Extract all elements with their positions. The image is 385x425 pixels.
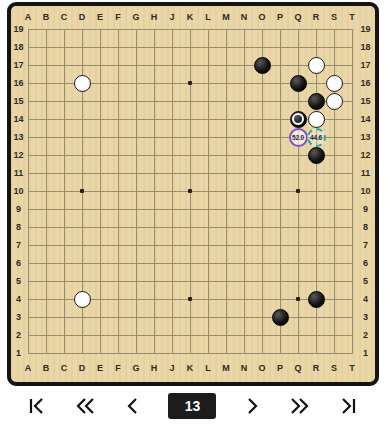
white-stone <box>308 111 325 128</box>
chevron-left-icon <box>121 394 145 418</box>
fast-back-button[interactable] <box>72 393 98 419</box>
analysis-annotation: 44.6 <box>307 128 326 147</box>
star-point <box>188 189 192 193</box>
black-stone <box>272 309 289 326</box>
black-stone <box>290 75 307 92</box>
star-point <box>296 297 300 301</box>
go-board: ABCDEFGHJKLMNOPQRST ABCDEFGHJKLMNOPQRST … <box>7 2 379 386</box>
analysis-annotation: 52.0 <box>289 128 308 147</box>
white-stone <box>74 291 91 308</box>
star-point <box>188 81 192 85</box>
last-move-marker-icon <box>292 113 304 125</box>
white-stone <box>74 75 91 92</box>
white-stone <box>326 93 343 110</box>
move-navigation-bar: 13 <box>0 390 385 422</box>
previous-move-button[interactable] <box>120 393 146 419</box>
black-stone <box>254 57 271 74</box>
double-chevron-left-icon <box>73 394 97 418</box>
white-stone <box>326 75 343 92</box>
star-point <box>296 189 300 193</box>
skip-to-start-icon <box>25 394 49 418</box>
next-move-button[interactable] <box>239 393 265 419</box>
black-stone <box>308 147 325 164</box>
board-intersections[interactable]: 52.044.6 <box>19 20 361 362</box>
first-move-button[interactable] <box>24 393 50 419</box>
star-point <box>188 297 192 301</box>
black-stone <box>308 291 325 308</box>
black-stone <box>290 111 307 128</box>
skip-to-end-icon <box>336 394 360 418</box>
last-move-button[interactable] <box>335 393 361 419</box>
star-point <box>80 189 84 193</box>
double-chevron-right-icon <box>288 394 312 418</box>
fast-forward-button[interactable] <box>287 393 313 419</box>
black-stone <box>308 93 325 110</box>
white-stone <box>308 57 325 74</box>
chevron-right-icon <box>240 394 264 418</box>
move-number-display[interactable]: 13 <box>168 393 216 419</box>
